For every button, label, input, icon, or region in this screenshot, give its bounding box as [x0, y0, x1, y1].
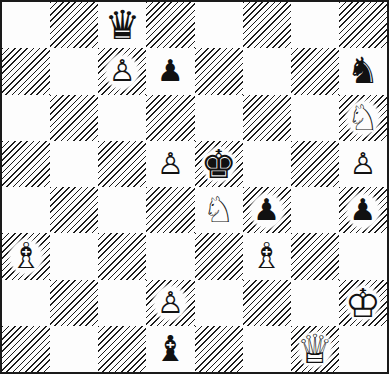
square-e2[interactable] [195, 280, 243, 326]
square-b8[interactable] [50, 2, 98, 48]
square-c8[interactable]: ♛ [98, 2, 146, 48]
square-e7[interactable] [195, 48, 243, 94]
white-bishop-piece: ♗ [10, 238, 42, 274]
square-e4[interactable]: ♘ [195, 187, 243, 233]
white-knight-piece: ♘ [202, 192, 234, 228]
square-d3[interactable] [146, 233, 194, 279]
white-bishop-piece: ♗ [251, 238, 283, 274]
black-pawn-piece: ♟ [157, 56, 184, 86]
square-a8[interactable] [2, 2, 50, 48]
square-a4[interactable] [2, 187, 50, 233]
chess-board: ♛♙♟♞♘♙♚♙♘♟♟♗♗♙♔♝♕ [2, 2, 387, 372]
square-b3[interactable] [50, 233, 98, 279]
square-a2[interactable] [2, 280, 50, 326]
black-knight-piece: ♞ [347, 53, 379, 89]
square-h1[interactable] [339, 326, 387, 372]
square-c5[interactable] [98, 141, 146, 187]
black-king-piece: ♚ [201, 144, 237, 184]
square-b4[interactable] [50, 187, 98, 233]
black-bishop-piece: ♝ [154, 331, 186, 367]
white-queen-piece: ♕ [297, 329, 333, 369]
square-d6[interactable] [146, 95, 194, 141]
white-king-piece: ♔ [345, 283, 381, 323]
black-pawn-piece: ♟ [349, 195, 376, 225]
square-h8[interactable] [339, 2, 387, 48]
square-h4[interactable]: ♟ [339, 187, 387, 233]
square-c7[interactable]: ♙ [98, 48, 146, 94]
square-g8[interactable] [291, 2, 339, 48]
square-f4[interactable]: ♟ [243, 187, 291, 233]
square-g1[interactable]: ♕ [291, 326, 339, 372]
square-e6[interactable] [195, 95, 243, 141]
square-e1[interactable] [195, 326, 243, 372]
square-b2[interactable] [50, 280, 98, 326]
white-pawn-piece: ♙ [349, 149, 376, 179]
square-h5[interactable]: ♙ [339, 141, 387, 187]
square-f3[interactable]: ♗ [243, 233, 291, 279]
white-pawn-piece: ♙ [157, 149, 184, 179]
square-b1[interactable] [50, 326, 98, 372]
square-a7[interactable] [2, 48, 50, 94]
square-g4[interactable] [291, 187, 339, 233]
square-a3[interactable]: ♗ [2, 233, 50, 279]
square-h6[interactable]: ♘ [339, 95, 387, 141]
square-d7[interactable]: ♟ [146, 48, 194, 94]
square-d1[interactable]: ♝ [146, 326, 194, 372]
square-g7[interactable] [291, 48, 339, 94]
square-f8[interactable] [243, 2, 291, 48]
square-d5[interactable]: ♙ [146, 141, 194, 187]
square-g5[interactable] [291, 141, 339, 187]
square-b6[interactable] [50, 95, 98, 141]
square-c2[interactable] [98, 280, 146, 326]
square-e3[interactable] [195, 233, 243, 279]
square-c3[interactable] [98, 233, 146, 279]
white-pawn-piece: ♙ [109, 56, 136, 86]
square-d2[interactable]: ♙ [146, 280, 194, 326]
square-g2[interactable] [291, 280, 339, 326]
square-e8[interactable] [195, 2, 243, 48]
black-queen-piece: ♛ [104, 5, 140, 45]
square-h2[interactable]: ♔ [339, 280, 387, 326]
square-h7[interactable]: ♞ [339, 48, 387, 94]
square-f2[interactable] [243, 280, 291, 326]
square-h3[interactable] [339, 233, 387, 279]
black-pawn-piece: ♟ [253, 195, 280, 225]
square-a1[interactable] [2, 326, 50, 372]
square-g3[interactable] [291, 233, 339, 279]
square-g6[interactable] [291, 95, 339, 141]
square-f7[interactable] [243, 48, 291, 94]
square-c6[interactable] [98, 95, 146, 141]
square-a5[interactable] [2, 141, 50, 187]
square-f6[interactable] [243, 95, 291, 141]
square-c1[interactable] [98, 326, 146, 372]
white-pawn-piece: ♙ [157, 288, 184, 318]
white-knight-piece: ♘ [347, 100, 379, 136]
square-c4[interactable] [98, 187, 146, 233]
square-f1[interactable] [243, 326, 291, 372]
square-b5[interactable] [50, 141, 98, 187]
square-f5[interactable] [243, 141, 291, 187]
square-d4[interactable] [146, 187, 194, 233]
square-d8[interactable] [146, 2, 194, 48]
chess-diagram-frame: ♛♙♟♞♘♙♚♙♘♟♟♗♗♙♔♝♕ [0, 0, 389, 374]
square-e5[interactable]: ♚ [195, 141, 243, 187]
square-a6[interactable] [2, 95, 50, 141]
square-b7[interactable] [50, 48, 98, 94]
